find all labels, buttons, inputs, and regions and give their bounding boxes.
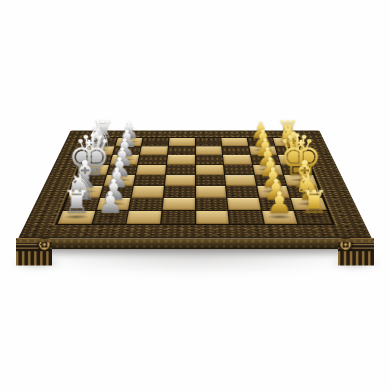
leg-flutes (338, 251, 374, 266)
square-r5c5 (196, 175, 226, 186)
silver-pawn-icon: ♟ (97, 190, 124, 217)
gold-rook-icon: ♜ (299, 188, 328, 217)
leg-flutes (16, 251, 52, 266)
square-r6c5 (196, 186, 227, 197)
piece-gold-rook: ♜ (288, 156, 338, 218)
square-r7c4 (162, 198, 194, 210)
square-r5c4 (165, 175, 195, 186)
square-r7c5 (196, 198, 228, 210)
photo-background: ♜♟♟♜♞♟♟♞♝♟♟♝♛♟♟♛♚♟♟♚♝♟♟♝♞♟♟♞♜♟♟♜ (0, 0, 390, 390)
square-r6c4 (164, 186, 195, 197)
front-right-leg (338, 238, 374, 266)
square-r8c5 (196, 211, 229, 224)
square-r3c5 (195, 155, 223, 164)
piece-silver-pawn: ♟ (85, 156, 135, 218)
board-front-edge (17, 238, 373, 249)
square-r1c5 (195, 138, 221, 146)
square-r4c5 (195, 165, 224, 175)
square-r1c4 (169, 138, 195, 146)
chess-set-scene: ♜♟♟♜♞♟♟♞♝♟♟♝♛♟♟♛♚♟♟♚♝♟♟♝♞♟♟♞♜♟♟♜ (0, 0, 390, 390)
square-r2c4 (168, 146, 195, 155)
square-r2c5 (195, 146, 222, 155)
square-r4c4 (166, 165, 195, 175)
square-r3c4 (167, 155, 195, 164)
board-plane: ♜♟♟♜♞♟♟♞♝♟♟♝♛♟♟♛♚♟♟♚♝♟♟♝♞♟♟♞♜♟♟♜ (18, 130, 372, 238)
front-left-leg (16, 238, 52, 266)
square-r8c4 (161, 211, 194, 224)
